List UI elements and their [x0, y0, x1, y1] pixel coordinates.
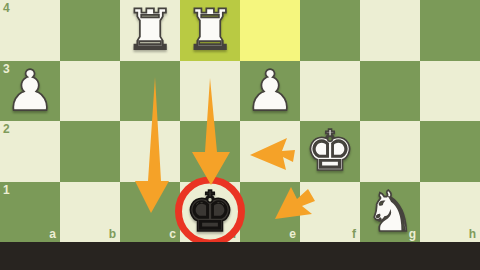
pieces-layer: ♜♜♟♟♚♞♚	[0, 0, 480, 242]
white-rook-c4[interactable]: ♜	[120, 0, 180, 61]
letterbox-bottom-bar	[0, 242, 480, 270]
white-knight-g1[interactable]: ♞	[360, 182, 420, 243]
white-rook-d4[interactable]: ♜	[180, 0, 240, 61]
white-pawn-e3[interactable]: ♟	[240, 61, 300, 122]
white-pawn-a3[interactable]: ♟	[0, 61, 60, 122]
white-king-f2[interactable]: ♚	[300, 121, 360, 182]
thumbnail-stage: 4321abcdefgh ♜♜♟♟♚♞♚	[0, 0, 480, 270]
black-king-d1[interactable]: ♚	[180, 182, 240, 243]
